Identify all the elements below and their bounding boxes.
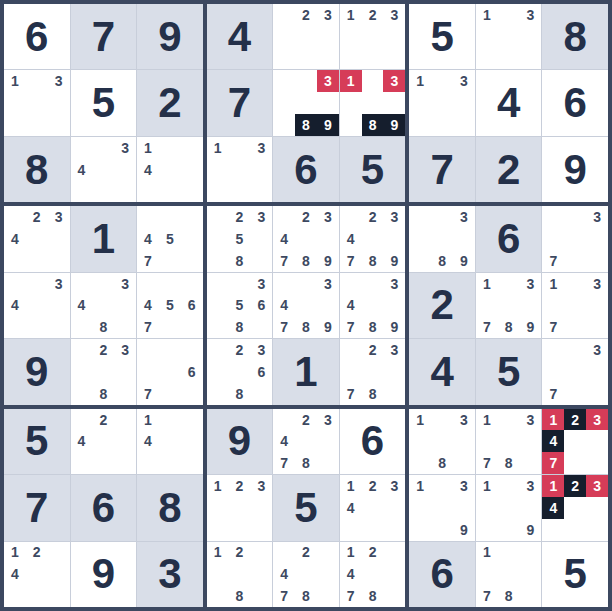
candidate-3: 3: [520, 273, 542, 295]
candidate-9: 9: [383, 316, 405, 338]
cell-r6c3[interactable]: 67: [137, 339, 203, 404]
candidate-3: 3: [114, 137, 136, 159]
cell-r3c7[interactable]: 7: [409, 137, 475, 202]
candidate-4: 4: [273, 228, 295, 250]
given-digit: 6: [497, 218, 520, 260]
candidate-5: 5: [159, 295, 181, 317]
candidate-3: 3: [383, 4, 405, 26]
box-4: 2341457343484567923867: [4, 206, 203, 404]
given-digit: 9: [158, 16, 181, 58]
candidate-5: 5: [159, 228, 181, 250]
cell-r2c5[interactable]: 389: [273, 70, 339, 135]
candidate-3: 3: [317, 206, 339, 228]
cell-r3c2[interactable]: 34: [71, 137, 137, 202]
candidate-3: 3: [586, 273, 608, 295]
candidate-2: 2: [295, 206, 317, 228]
given-digit: 7: [430, 149, 453, 191]
given-digit: 5: [497, 351, 520, 393]
cell-r1c7[interactable]: 5: [409, 4, 475, 69]
candidate-4: 4: [137, 159, 159, 181]
candidate-8: 8: [431, 250, 453, 272]
given-digit: 7: [92, 16, 115, 58]
given-digit: 5: [294, 487, 317, 529]
candidate-3: 3: [453, 475, 475, 497]
candidate-3: 3: [586, 339, 608, 361]
cell-r2c2[interactable]: 5: [71, 70, 137, 135]
candidate-2: 2: [92, 339, 114, 361]
candidate-2: 2: [229, 206, 251, 228]
entered-digit: 6: [564, 82, 587, 124]
cell-r5c1[interactable]: 34: [4, 273, 70, 338]
cell-r8c1[interactable]: 7: [4, 475, 70, 540]
given-digit: 9: [228, 420, 251, 462]
candidate-8: 8: [362, 383, 384, 405]
candidate-6: 6: [250, 295, 272, 317]
cell-r1c5[interactable]: 23: [273, 4, 339, 69]
given-digit: 8: [564, 16, 587, 58]
cell-r4c6[interactable]: 234789: [340, 206, 406, 271]
cell-r7c7[interactable]: 138: [409, 409, 475, 474]
cell-r6c1[interactable]: 9: [4, 339, 70, 404]
box-6: 3896372137891374537: [409, 206, 608, 404]
candidate-3: 3: [250, 137, 272, 159]
candidate-3: 3: [48, 273, 70, 295]
cell-r6c2[interactable]: 238: [71, 339, 137, 404]
candidate-3-red-highlight: 3: [586, 475, 608, 497]
cell-r8c3[interactable]: 8: [137, 475, 203, 540]
given-digit: 6: [430, 553, 453, 595]
candidate-7: 7: [273, 250, 295, 272]
candidate-2: 2: [362, 206, 384, 228]
candidate-3: 3: [453, 70, 475, 92]
candidate-9: 9: [520, 519, 542, 541]
candidate-2: 2: [362, 4, 384, 26]
candidate-2: 2: [295, 542, 317, 564]
cell-r8c7[interactable]: 139: [409, 475, 475, 540]
candidate-1: 1: [4, 542, 26, 564]
cell-r8c5[interactable]: 5: [273, 475, 339, 540]
box-8: 923478612351234128247812478: [207, 409, 406, 607]
cell-r2c3[interactable]: 2: [137, 70, 203, 135]
cell-r1c8[interactable]: 13: [476, 4, 542, 69]
cell-r8c8[interactable]: 139: [476, 475, 542, 540]
cell-r1c1[interactable]: 6: [4, 4, 70, 69]
candidate-2: 2: [92, 409, 114, 431]
candidate-7: 7: [137, 250, 159, 272]
candidate-1: 1: [137, 137, 159, 159]
candidate-4: 4: [137, 430, 159, 452]
candidate-8-dark-highlight: 8: [295, 114, 317, 136]
candidate-3: 3: [317, 409, 339, 431]
candidate-8: 8: [431, 452, 453, 474]
cell-r7c2[interactable]: 24: [71, 409, 137, 474]
candidate-2: 2: [229, 339, 251, 361]
cell-r6c5[interactable]: 1: [273, 339, 339, 404]
candidate-3: 3: [453, 409, 475, 431]
cell-r9c1[interactable]: 124: [4, 542, 70, 607]
candidate-8: 8: [295, 250, 317, 272]
candidate-7: 7: [273, 316, 295, 338]
cell-r7c9[interactable]: 12347: [542, 409, 608, 474]
cell-r1c6[interactable]: 123: [340, 4, 406, 69]
entered-digit: 5: [430, 16, 453, 58]
cell-r7c6[interactable]: 6: [340, 409, 406, 474]
candidate-8: 8: [295, 452, 317, 474]
candidate-7: 7: [137, 383, 159, 405]
cell-r2c9[interactable]: 6: [542, 70, 608, 135]
candidate-1: 1: [340, 4, 362, 26]
box-5: 235823478923478935683478934789236812378: [207, 206, 406, 404]
candidate-1: 1: [207, 475, 229, 497]
cell-r5c6[interactable]: 34789: [340, 273, 406, 338]
candidate-9-dark-highlight: 9: [317, 114, 339, 136]
box-7: 5241476812493: [4, 409, 203, 607]
candidate-8: 8: [362, 585, 384, 607]
cell-r9c9[interactable]: 5: [542, 542, 608, 607]
given-digit: 7: [25, 487, 48, 529]
sudoku-board: 6791352834144231237389138913655138134672…: [0, 0, 612, 611]
cell-r3c1[interactable]: 8: [4, 137, 70, 202]
candidate-4: 4: [340, 497, 362, 519]
cell-r4c3[interactable]: 457: [137, 206, 203, 271]
candidate-7: 7: [542, 383, 564, 405]
cell-r9c2[interactable]: 9: [71, 542, 137, 607]
cell-r3c6[interactable]: 5: [340, 137, 406, 202]
entered-digit: 6: [25, 16, 48, 58]
candidate-4: 4: [340, 295, 362, 317]
candidate-4-dark-highlight: 4: [542, 497, 564, 519]
candidate-5: 5: [229, 228, 251, 250]
candidate-2: 2: [295, 409, 317, 431]
given-digit: 9: [25, 351, 48, 393]
cell-r2c4[interactable]: 7: [207, 70, 273, 135]
candidate-9: 9: [317, 250, 339, 272]
candidate-4: 4: [71, 430, 93, 452]
candidate-1: 1: [476, 273, 498, 295]
candidate-1: 1: [542, 273, 564, 295]
candidate-3: 3: [48, 206, 70, 228]
candidate-7: 7: [340, 383, 362, 405]
candidate-1: 1: [476, 542, 498, 564]
candidate-4: 4: [340, 563, 362, 585]
cell-r1c4[interactable]: 4: [207, 4, 273, 69]
candidate-6: 6: [181, 361, 203, 383]
candidate-9-dark-highlight: 9: [383, 114, 405, 136]
cell-r3c8[interactable]: 2: [476, 137, 542, 202]
cell-r5c4[interactable]: 3568: [207, 273, 273, 338]
candidate-3: 3: [383, 206, 405, 228]
candidate-4: 4: [137, 295, 159, 317]
candidate-8: 8: [362, 316, 384, 338]
given-digit: 6: [294, 149, 317, 191]
candidate-3: 3: [383, 273, 405, 295]
entered-digit: 9: [92, 553, 115, 595]
cell-r2c6[interactable]: 1389: [340, 70, 406, 135]
candidate-4: 4: [273, 295, 295, 317]
box-1: 679135283414: [4, 4, 203, 202]
cell-r6c4[interactable]: 2368: [207, 339, 273, 404]
entered-digit: 5: [564, 553, 587, 595]
candidate-1: 1: [409, 475, 431, 497]
candidate-3: 3: [250, 206, 272, 228]
candidate-3: 3: [520, 4, 542, 26]
candidate-7: 7: [273, 585, 295, 607]
candidate-7: 7: [476, 316, 498, 338]
candidate-1: 1: [340, 475, 362, 497]
entered-digit: 6: [361, 420, 384, 462]
given-digit: 2: [497, 149, 520, 191]
candidate-9: 9: [453, 250, 475, 272]
cell-r7c1[interactable]: 5: [4, 409, 70, 474]
cell-r4c7[interactable]: 389: [409, 206, 475, 271]
cell-r3c9[interactable]: 9: [542, 137, 608, 202]
given-digit: 2: [158, 82, 181, 124]
cell-r6c9[interactable]: 37: [542, 339, 608, 404]
candidate-2-dark-highlight: 2: [564, 475, 586, 497]
candidate-1: 1: [207, 137, 229, 159]
candidate-4: 4: [4, 563, 26, 585]
cell-r5c3[interactable]: 4567: [137, 273, 203, 338]
box-3: 51381346729: [409, 4, 608, 202]
candidate-3-red-highlight: 3: [586, 409, 608, 431]
candidate-8: 8: [229, 383, 251, 405]
cell-r4c2[interactable]: 1: [71, 206, 137, 271]
candidate-1: 1: [476, 409, 498, 431]
cell-r9c3[interactable]: 3: [137, 542, 203, 607]
candidate-2: 2: [26, 542, 48, 564]
candidate-3: 3: [250, 339, 272, 361]
candidate-7: 7: [137, 316, 159, 338]
candidate-4: 4: [71, 159, 93, 181]
given-digit: 3: [158, 553, 181, 595]
candidate-1-red-highlight: 1: [542, 409, 564, 431]
cell-r4c4[interactable]: 2358: [207, 206, 273, 271]
candidate-6: 6: [181, 295, 203, 317]
cell-r8c2[interactable]: 6: [71, 475, 137, 540]
candidate-2: 2: [26, 206, 48, 228]
candidate-4: 4: [340, 228, 362, 250]
candidate-8-dark-highlight: 8: [362, 114, 384, 136]
candidate-7: 7: [476, 585, 498, 607]
candidate-9: 9: [453, 519, 475, 541]
candidate-3: 3: [250, 273, 272, 295]
candidate-1: 1: [137, 409, 159, 431]
candidate-1: 1: [409, 409, 431, 431]
entered-digit: 4: [497, 82, 520, 124]
cell-r2c7[interactable]: 13: [409, 70, 475, 135]
candidate-1: 1: [476, 4, 498, 26]
candidate-3-red-highlight: 3: [317, 70, 339, 92]
cell-r1c2[interactable]: 7: [71, 4, 137, 69]
candidate-7: 7: [340, 585, 362, 607]
given-digit: 8: [158, 487, 181, 529]
candidate-3: 3: [317, 273, 339, 295]
candidate-8: 8: [498, 452, 520, 474]
candidate-1: 1: [207, 542, 229, 564]
cell-r2c1[interactable]: 13: [4, 70, 70, 135]
candidate-3: 3: [114, 339, 136, 361]
candidate-8: 8: [498, 585, 520, 607]
candidate-8: 8: [92, 383, 114, 405]
candidate-4: 4: [273, 563, 295, 585]
given-digit: 8: [25, 149, 48, 191]
candidate-2: 2: [362, 542, 384, 564]
cell-r9c7[interactable]: 6: [409, 542, 475, 607]
box-9: 138137812347139139123461785: [409, 409, 608, 607]
given-digit: 6: [92, 487, 115, 529]
cell-r6c7[interactable]: 4: [409, 339, 475, 404]
cell-r9c8[interactable]: 178: [476, 542, 542, 607]
cell-r7c3[interactable]: 14: [137, 409, 203, 474]
candidate-3: 3: [383, 339, 405, 361]
cell-r5c9[interactable]: 137: [542, 273, 608, 338]
cell-r4c9[interactable]: 37: [542, 206, 608, 271]
given-digit: 7: [228, 82, 251, 124]
candidate-7-red-highlight: 7: [542, 452, 564, 474]
candidate-8: 8: [229, 585, 251, 607]
candidate-7: 7: [273, 452, 295, 474]
cell-r8c6[interactable]: 1234: [340, 475, 406, 540]
box-2: 423123738913891365: [207, 4, 406, 202]
candidate-7: 7: [542, 250, 564, 272]
given-digit: 1: [92, 218, 115, 260]
candidate-3: 3: [250, 475, 272, 497]
candidate-6: 6: [250, 361, 272, 383]
cell-r3c3[interactable]: 14: [137, 137, 203, 202]
candidate-3: 3: [114, 273, 136, 295]
cell-r3c5[interactable]: 6: [273, 137, 339, 202]
candidate-5: 5: [229, 295, 251, 317]
candidate-1: 1: [4, 70, 26, 92]
cell-r9c5[interactable]: 2478: [273, 542, 339, 607]
cell-r6c6[interactable]: 2378: [340, 339, 406, 404]
cell-r1c3[interactable]: 9: [137, 4, 203, 69]
cell-r3c4[interactable]: 13: [207, 137, 273, 202]
given-digit: 1: [294, 351, 317, 393]
cell-r4c8[interactable]: 6: [476, 206, 542, 271]
candidate-2: 2: [295, 4, 317, 26]
candidate-8: 8: [229, 316, 251, 338]
cell-r4c5[interactable]: 234789: [273, 206, 339, 271]
given-digit: 5: [25, 420, 48, 462]
cell-r5c7[interactable]: 2: [409, 273, 475, 338]
cell-r2c8[interactable]: 4: [476, 70, 542, 135]
candidate-3: 3: [586, 206, 608, 228]
given-digit: 4: [228, 16, 251, 58]
candidate-1: 1: [340, 542, 362, 564]
cell-r4c1[interactable]: 234: [4, 206, 70, 271]
candidate-3: 3: [383, 475, 405, 497]
candidate-1-red-highlight: 1: [340, 70, 362, 92]
cell-r8c9[interactable]: 1234: [542, 475, 608, 540]
candidate-3: 3: [453, 206, 475, 228]
given-digit: 2: [430, 284, 453, 326]
cell-r7c8[interactable]: 1378: [476, 409, 542, 474]
candidate-8: 8: [92, 316, 114, 338]
candidate-7: 7: [542, 316, 564, 338]
given-digit: 4: [430, 351, 453, 393]
entered-digit: 9: [564, 149, 587, 191]
candidate-1: 1: [476, 475, 498, 497]
candidate-9: 9: [383, 250, 405, 272]
candidate-3: 3: [317, 4, 339, 26]
candidate-3: 3: [520, 475, 542, 497]
candidate-8: 8: [498, 316, 520, 338]
candidate-3: 3: [48, 70, 70, 92]
candidate-7: 7: [340, 250, 362, 272]
candidate-3-red-highlight: 3: [383, 70, 405, 92]
candidate-2: 2: [229, 475, 251, 497]
cell-r7c5[interactable]: 23478: [273, 409, 339, 474]
candidate-2-dark-highlight: 2: [564, 409, 586, 431]
candidate-2: 2: [362, 339, 384, 361]
candidate-2: 2: [229, 542, 251, 564]
candidate-8: 8: [295, 585, 317, 607]
candidate-1-red-highlight: 1: [542, 475, 564, 497]
cell-r1c9[interactable]: 8: [542, 4, 608, 69]
given-digit: 5: [361, 149, 384, 191]
cell-r8c4[interactable]: 123: [207, 475, 273, 540]
candidate-4-dark-highlight: 4: [542, 430, 564, 452]
candidate-7: 7: [340, 316, 362, 338]
cell-r7c4[interactable]: 9: [207, 409, 273, 474]
candidate-9: 9: [520, 316, 542, 338]
candidate-3: 3: [520, 409, 542, 431]
candidate-1: 1: [409, 70, 431, 92]
cell-r5c2[interactable]: 348: [71, 273, 137, 338]
cell-r5c8[interactable]: 13789: [476, 273, 542, 338]
candidate-8: 8: [229, 250, 251, 272]
candidate-4: 4: [273, 430, 295, 452]
cell-r5c5[interactable]: 34789: [273, 273, 339, 338]
candidate-7: 7: [476, 452, 498, 474]
candidate-4: 4: [137, 228, 159, 250]
candidate-8: 8: [362, 250, 384, 272]
cell-r9c4[interactable]: 128: [207, 542, 273, 607]
candidate-4: 4: [71, 295, 93, 317]
candidate-8: 8: [295, 316, 317, 338]
cell-r6c8[interactable]: 5: [476, 339, 542, 404]
entered-digit: 5: [92, 82, 115, 124]
candidate-4: 4: [4, 228, 26, 250]
candidate-4: 4: [4, 295, 26, 317]
candidate-9: 9: [317, 316, 339, 338]
cell-r9c6[interactable]: 12478: [340, 542, 406, 607]
candidate-2: 2: [362, 475, 384, 497]
